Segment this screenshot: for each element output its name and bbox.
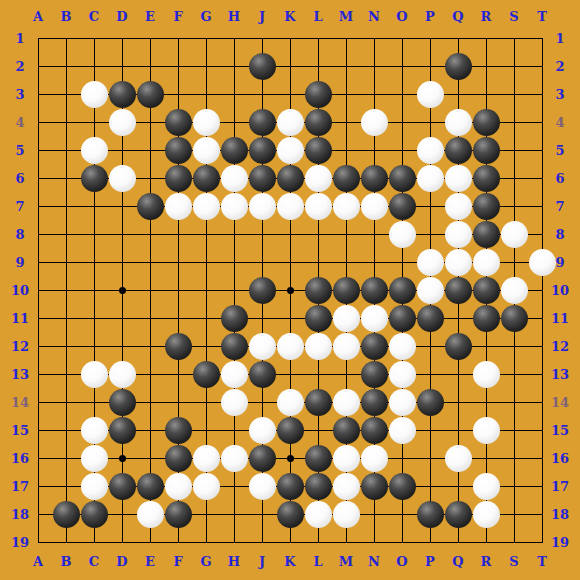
row-label-right: 6 (555, 171, 564, 186)
row-label-right: 5 (555, 143, 564, 158)
column-label-top: G (200, 9, 211, 24)
stone-white[interactable] (221, 165, 248, 192)
stone-black[interactable] (361, 277, 388, 304)
stone-black[interactable] (305, 389, 332, 416)
column-label-bottom: K (284, 554, 295, 569)
stone-white[interactable] (249, 193, 276, 220)
row-label-left: 16 (11, 451, 29, 466)
column-label-top: L (313, 9, 322, 24)
stone-white[interactable] (445, 193, 472, 220)
stone-white[interactable] (193, 109, 220, 136)
go-board[interactable]: AABBCCDDEEFFGGHHJJKKLLMMNNOOPPQQRRSSTT11… (0, 0, 580, 580)
stone-white[interactable] (165, 193, 192, 220)
grid-line-horizontal (38, 318, 543, 319)
stone-black[interactable] (305, 109, 332, 136)
hoshi-dot (119, 455, 126, 462)
column-label-top: K (284, 9, 295, 24)
stone-white[interactable] (305, 193, 332, 220)
stone-black[interactable] (361, 473, 388, 500)
stone-white[interactable] (249, 417, 276, 444)
stone-white[interactable] (305, 333, 332, 360)
stone-black[interactable] (445, 501, 472, 528)
stone-white[interactable] (389, 221, 416, 248)
stone-white[interactable] (249, 333, 276, 360)
row-label-left: 5 (15, 143, 24, 158)
stone-white[interactable] (81, 445, 108, 472)
stone-white[interactable] (361, 193, 388, 220)
stone-black[interactable] (165, 109, 192, 136)
row-label-left: 4 (15, 115, 24, 130)
stone-black[interactable] (137, 81, 164, 108)
stone-black[interactable] (361, 417, 388, 444)
column-label-bottom: T (537, 554, 547, 569)
row-label-left: 9 (15, 255, 24, 270)
row-label-right: 3 (555, 87, 564, 102)
stone-black[interactable] (473, 137, 500, 164)
column-label-bottom: H (228, 554, 240, 569)
stone-white[interactable] (361, 445, 388, 472)
stone-white[interactable] (445, 165, 472, 192)
stone-black[interactable] (221, 333, 248, 360)
stone-black[interactable] (361, 333, 388, 360)
stone-black[interactable] (501, 305, 528, 332)
stone-black[interactable] (445, 277, 472, 304)
column-label-bottom: B (61, 554, 72, 569)
column-label-top: M (339, 9, 353, 24)
stone-black[interactable] (137, 473, 164, 500)
stone-white[interactable] (277, 389, 304, 416)
grid-line-vertical (542, 38, 543, 543)
stone-black[interactable] (249, 109, 276, 136)
row-label-left: 18 (11, 507, 29, 522)
stone-black[interactable] (417, 389, 444, 416)
row-label-left: 13 (11, 367, 29, 382)
row-label-right: 11 (551, 311, 569, 326)
stone-black[interactable] (361, 361, 388, 388)
stone-white[interactable] (193, 445, 220, 472)
stone-white[interactable] (445, 249, 472, 276)
stone-white[interactable] (417, 249, 444, 276)
row-label-left: 15 (11, 423, 29, 438)
column-label-top: R (481, 9, 492, 24)
row-label-left: 12 (11, 339, 29, 354)
column-label-bottom: A (33, 554, 43, 569)
stone-black[interactable] (473, 305, 500, 332)
column-label-top: S (509, 9, 518, 24)
column-label-top: J (259, 9, 265, 24)
stone-white[interactable] (445, 445, 472, 472)
stone-white[interactable] (333, 333, 360, 360)
stone-black[interactable] (165, 333, 192, 360)
grid-line-horizontal (38, 542, 543, 543)
hoshi-dot (287, 455, 294, 462)
row-label-left: 8 (15, 227, 24, 242)
stone-black[interactable] (249, 361, 276, 388)
row-label-right: 9 (555, 255, 564, 270)
row-label-left: 7 (15, 199, 24, 214)
stone-white[interactable] (333, 305, 360, 332)
stone-white[interactable] (389, 389, 416, 416)
stone-black[interactable] (53, 501, 80, 528)
stone-black[interactable] (277, 473, 304, 500)
stone-white[interactable] (445, 221, 472, 248)
stone-black[interactable] (389, 165, 416, 192)
stone-black[interactable] (305, 81, 332, 108)
row-label-left: 3 (15, 87, 24, 102)
hoshi-dot (119, 287, 126, 294)
stone-white[interactable] (221, 389, 248, 416)
column-label-top: C (89, 9, 99, 24)
stone-white[interactable] (361, 109, 388, 136)
stone-white[interactable] (109, 109, 136, 136)
stone-black[interactable] (305, 473, 332, 500)
stone-white[interactable] (81, 417, 108, 444)
column-label-top: E (145, 9, 155, 24)
row-label-left: 17 (11, 479, 29, 494)
stone-white[interactable] (445, 109, 472, 136)
row-label-left: 2 (15, 59, 24, 74)
column-label-bottom: O (396, 554, 407, 569)
stone-white[interactable] (165, 473, 192, 500)
stone-white[interactable] (333, 193, 360, 220)
stone-black[interactable] (445, 137, 472, 164)
hoshi-dot (287, 287, 294, 294)
column-label-bottom: L (313, 554, 322, 569)
stone-black[interactable] (81, 165, 108, 192)
stone-black[interactable] (305, 277, 332, 304)
row-label-right: 15 (551, 423, 569, 438)
stone-white[interactable] (277, 333, 304, 360)
stone-black[interactable] (333, 165, 360, 192)
stone-white[interactable] (417, 277, 444, 304)
column-label-bottom: J (259, 554, 265, 569)
stone-white[interactable] (109, 165, 136, 192)
column-label-bottom: R (481, 554, 492, 569)
row-label-left: 19 (11, 535, 29, 550)
row-label-right: 2 (555, 59, 564, 74)
stone-white[interactable] (389, 333, 416, 360)
row-label-right: 8 (555, 227, 564, 242)
column-label-top: N (368, 9, 380, 24)
stone-white[interactable] (277, 109, 304, 136)
column-label-top: B (61, 9, 72, 24)
row-label-left: 6 (15, 171, 24, 186)
stone-black[interactable] (333, 417, 360, 444)
stone-black[interactable] (277, 501, 304, 528)
stone-white[interactable] (221, 361, 248, 388)
stone-black[interactable] (417, 305, 444, 332)
stone-black[interactable] (165, 165, 192, 192)
stone-black[interactable] (109, 473, 136, 500)
column-label-bottom: D (116, 554, 127, 569)
stone-black[interactable] (193, 361, 220, 388)
column-label-bottom: S (509, 554, 518, 569)
stone-black[interactable] (473, 165, 500, 192)
stone-black[interactable] (221, 137, 248, 164)
stone-black[interactable] (389, 473, 416, 500)
row-label-right: 4 (555, 115, 564, 130)
stone-white[interactable] (193, 137, 220, 164)
stone-white[interactable] (473, 417, 500, 444)
stone-white[interactable] (305, 501, 332, 528)
stone-white[interactable] (473, 473, 500, 500)
stone-white[interactable] (361, 305, 388, 332)
stone-white[interactable] (81, 81, 108, 108)
stone-black[interactable] (81, 501, 108, 528)
row-label-right: 17 (551, 479, 569, 494)
stone-white[interactable] (473, 249, 500, 276)
stone-white[interactable] (81, 137, 108, 164)
stone-white[interactable] (417, 81, 444, 108)
stone-black[interactable] (277, 165, 304, 192)
stone-black[interactable] (417, 501, 444, 528)
row-label-right: 7 (555, 199, 564, 214)
stone-white[interactable] (305, 165, 332, 192)
column-label-top: D (116, 9, 127, 24)
column-label-top: P (425, 9, 435, 24)
stone-black[interactable] (165, 445, 192, 472)
stone-white[interactable] (473, 501, 500, 528)
stone-white[interactable] (333, 445, 360, 472)
stone-black[interactable] (389, 277, 416, 304)
row-label-right: 10 (551, 283, 569, 298)
stone-white[interactable] (81, 361, 108, 388)
stone-black[interactable] (137, 193, 164, 220)
stone-black[interactable] (361, 389, 388, 416)
stone-white[interactable] (221, 445, 248, 472)
stone-white[interactable] (277, 193, 304, 220)
stone-black[interactable] (473, 109, 500, 136)
column-label-top: Q (452, 9, 463, 24)
stone-white[interactable] (473, 361, 500, 388)
column-label-bottom: Q (452, 554, 463, 569)
stone-white[interactable] (417, 165, 444, 192)
stone-white[interactable] (333, 473, 360, 500)
stone-black[interactable] (193, 165, 220, 192)
stone-white[interactable] (137, 501, 164, 528)
column-label-bottom: E (145, 554, 155, 569)
stone-black[interactable] (333, 277, 360, 304)
stone-black[interactable] (249, 53, 276, 80)
column-label-top: F (173, 9, 182, 24)
stone-black[interactable] (389, 305, 416, 332)
stone-black[interactable] (277, 417, 304, 444)
stone-black[interactable] (473, 193, 500, 220)
stone-black[interactable] (361, 165, 388, 192)
stone-black[interactable] (109, 81, 136, 108)
row-label-left: 1 (15, 31, 24, 46)
column-label-top: O (396, 9, 407, 24)
stone-black[interactable] (389, 193, 416, 220)
stone-black[interactable] (473, 221, 500, 248)
row-label-right: 19 (551, 535, 569, 550)
stone-black[interactable] (165, 417, 192, 444)
row-label-right: 14 (551, 395, 569, 410)
row-label-right: 16 (551, 451, 569, 466)
stone-black[interactable] (305, 137, 332, 164)
stone-white[interactable] (333, 389, 360, 416)
stone-white[interactable] (529, 249, 556, 276)
row-label-left: 10 (11, 283, 29, 298)
stone-white[interactable] (221, 193, 248, 220)
stone-white[interactable] (389, 361, 416, 388)
row-label-left: 14 (11, 395, 29, 410)
row-label-right: 13 (551, 367, 569, 382)
column-label-bottom: M (339, 554, 353, 569)
stone-black[interactable] (165, 501, 192, 528)
stone-white[interactable] (193, 193, 220, 220)
row-label-right: 18 (551, 507, 569, 522)
stone-white[interactable] (277, 137, 304, 164)
stone-black[interactable] (445, 333, 472, 360)
stone-white[interactable] (417, 137, 444, 164)
stone-black[interactable] (249, 277, 276, 304)
stone-white[interactable] (81, 473, 108, 500)
column-label-bottom: N (368, 554, 380, 569)
stone-white[interactable] (109, 361, 136, 388)
stone-black[interactable] (109, 389, 136, 416)
column-label-top: H (228, 9, 240, 24)
stone-black[interactable] (305, 305, 332, 332)
column-label-bottom: C (89, 554, 99, 569)
stone-black[interactable] (221, 305, 248, 332)
stone-black[interactable] (165, 137, 192, 164)
stone-black[interactable] (473, 277, 500, 304)
stone-white[interactable] (333, 501, 360, 528)
row-label-right: 12 (551, 339, 569, 354)
stone-white[interactable] (501, 221, 528, 248)
stone-black[interactable] (109, 417, 136, 444)
stone-white[interactable] (249, 473, 276, 500)
stone-black[interactable] (305, 445, 332, 472)
row-label-right: 1 (555, 31, 564, 46)
row-label-left: 11 (11, 311, 29, 326)
column-label-top: A (33, 9, 43, 24)
stone-black[interactable] (249, 137, 276, 164)
stone-white[interactable] (193, 473, 220, 500)
column-label-bottom: G (200, 554, 211, 569)
column-label-bottom: P (425, 554, 435, 569)
stone-black[interactable] (445, 53, 472, 80)
stone-white[interactable] (501, 277, 528, 304)
column-label-top: T (537, 9, 547, 24)
stone-black[interactable] (249, 165, 276, 192)
stone-black[interactable] (249, 445, 276, 472)
stone-white[interactable] (389, 417, 416, 444)
column-label-bottom: F (173, 554, 182, 569)
